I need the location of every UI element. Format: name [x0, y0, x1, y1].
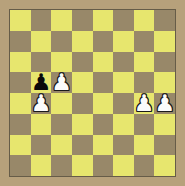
chess-board: ♟♟♟♟♟: [0, 0, 185, 186]
square-c4[interactable]: [51, 93, 72, 114]
square-d5[interactable]: [72, 72, 93, 93]
square-h7[interactable]: [154, 31, 175, 52]
square-a3[interactable]: [10, 114, 31, 135]
square-f1[interactable]: [113, 155, 134, 176]
square-e2[interactable]: [93, 135, 114, 156]
square-c7[interactable]: [51, 31, 72, 52]
square-b1[interactable]: [31, 155, 52, 176]
square-a2[interactable]: [10, 135, 31, 156]
square-e4[interactable]: [93, 93, 114, 114]
square-a5[interactable]: [10, 72, 31, 93]
square-h3[interactable]: [154, 114, 175, 135]
square-b5[interactable]: ♟: [31, 72, 52, 93]
square-e3[interactable]: [93, 114, 114, 135]
square-c3[interactable]: [51, 114, 72, 135]
square-h5[interactable]: [154, 72, 175, 93]
square-g6[interactable]: [134, 52, 155, 73]
white-pawn: ♟: [31, 93, 52, 114]
white-pawn: ♟: [51, 72, 72, 93]
square-d3[interactable]: [72, 114, 93, 135]
square-a1[interactable]: [10, 155, 31, 176]
square-a8[interactable]: [10, 10, 31, 31]
square-g5[interactable]: [134, 72, 155, 93]
square-c6[interactable]: [51, 52, 72, 73]
square-h6[interactable]: [154, 52, 175, 73]
square-f3[interactable]: [113, 114, 134, 135]
square-e7[interactable]: [93, 31, 114, 52]
square-c1[interactable]: [51, 155, 72, 176]
square-b2[interactable]: [31, 135, 52, 156]
square-e1[interactable]: [93, 155, 114, 176]
square-d8[interactable]: [72, 10, 93, 31]
square-h2[interactable]: [154, 135, 175, 156]
square-d6[interactable]: [72, 52, 93, 73]
black-pawn: ♟: [31, 72, 52, 93]
square-g3[interactable]: [134, 114, 155, 135]
square-d7[interactable]: [72, 31, 93, 52]
square-f4[interactable]: [113, 93, 134, 114]
square-g7[interactable]: [134, 31, 155, 52]
square-g1[interactable]: [134, 155, 155, 176]
square-c2[interactable]: [51, 135, 72, 156]
square-e5[interactable]: [93, 72, 114, 93]
square-b8[interactable]: [31, 10, 52, 31]
square-e6[interactable]: [93, 52, 114, 73]
white-pawn: ♟: [134, 93, 155, 114]
square-b6[interactable]: [31, 52, 52, 73]
square-d4[interactable]: [72, 93, 93, 114]
square-e8[interactable]: [93, 10, 114, 31]
square-d1[interactable]: [72, 155, 93, 176]
square-b7[interactable]: [31, 31, 52, 52]
square-f8[interactable]: [113, 10, 134, 31]
square-g8[interactable]: [134, 10, 155, 31]
square-h1[interactable]: [154, 155, 175, 176]
square-f2[interactable]: [113, 135, 134, 156]
square-a4[interactable]: [10, 93, 31, 114]
square-g4[interactable]: ♟: [134, 93, 155, 114]
square-h8[interactable]: [154, 10, 175, 31]
square-d2[interactable]: [72, 135, 93, 156]
square-h4[interactable]: ♟: [154, 93, 175, 114]
square-b3[interactable]: [31, 114, 52, 135]
square-f5[interactable]: [113, 72, 134, 93]
square-g2[interactable]: [134, 135, 155, 156]
board-grid: ♟♟♟♟♟: [9, 9, 176, 177]
square-f6[interactable]: [113, 52, 134, 73]
square-f7[interactable]: [113, 31, 134, 52]
white-pawn: ♟: [154, 93, 175, 114]
square-b4[interactable]: ♟: [31, 93, 52, 114]
square-a6[interactable]: [10, 52, 31, 73]
square-a7[interactable]: [10, 31, 31, 52]
square-c5[interactable]: ♟: [51, 72, 72, 93]
square-c8[interactable]: [51, 10, 72, 31]
